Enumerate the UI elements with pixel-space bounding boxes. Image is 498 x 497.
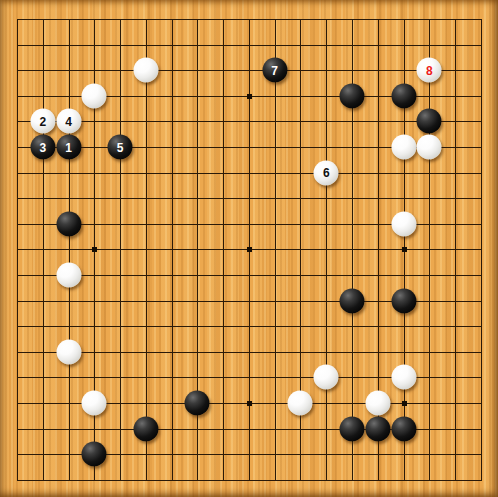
star-point xyxy=(402,401,407,406)
grid-line-horizontal xyxy=(17,326,482,327)
move-number: 7 xyxy=(271,64,278,76)
go-board[interactable]: 78243156 xyxy=(0,0,498,497)
grid-line-horizontal xyxy=(17,352,482,353)
stone-white[interactable] xyxy=(133,58,158,83)
move-number: 1 xyxy=(65,141,72,153)
go-board-screenshot: 78243156 xyxy=(0,0,498,497)
grid-line-vertical xyxy=(326,19,327,481)
star-point xyxy=(247,401,252,406)
move-number: 3 xyxy=(39,141,46,153)
stone-white[interactable]: 6 xyxy=(314,160,339,185)
stone-black[interactable] xyxy=(340,83,365,108)
stone-white[interactable] xyxy=(391,135,416,160)
star-point xyxy=(247,247,252,252)
stone-white[interactable] xyxy=(82,83,107,108)
stone-black[interactable] xyxy=(391,416,416,441)
stone-black[interactable] xyxy=(56,211,81,236)
stone-black[interactable] xyxy=(391,288,416,313)
stone-black[interactable]: 1 xyxy=(56,135,81,160)
grid-line-vertical xyxy=(455,19,456,481)
grid-line-vertical xyxy=(429,19,430,481)
move-number: 2 xyxy=(39,115,46,127)
stone-black[interactable] xyxy=(365,416,390,441)
stone-black[interactable] xyxy=(391,83,416,108)
move-number: 8 xyxy=(426,64,433,76)
move-number: 6 xyxy=(323,167,330,179)
stone-white[interactable] xyxy=(365,391,390,416)
star-point xyxy=(92,247,97,252)
grid-line-horizontal xyxy=(17,275,482,276)
stone-white[interactable]: 4 xyxy=(56,109,81,134)
stone-black[interactable] xyxy=(340,288,365,313)
stone-black[interactable] xyxy=(82,442,107,467)
stone-white[interactable] xyxy=(391,211,416,236)
stone-white[interactable] xyxy=(56,339,81,364)
stone-white[interactable] xyxy=(82,391,107,416)
star-point xyxy=(402,247,407,252)
grid-line-vertical xyxy=(275,19,276,481)
stone-white[interactable] xyxy=(288,391,313,416)
stone-white[interactable] xyxy=(56,263,81,288)
grid-line-horizontal xyxy=(17,480,482,481)
stone-white[interactable] xyxy=(391,365,416,390)
stone-black[interactable]: 3 xyxy=(30,135,55,160)
stone-black[interactable]: 7 xyxy=(262,58,287,83)
stone-black[interactable] xyxy=(133,416,158,441)
stone-black[interactable] xyxy=(417,109,442,134)
stone-black[interactable]: 5 xyxy=(108,135,133,160)
stone-white[interactable] xyxy=(417,135,442,160)
stone-black[interactable] xyxy=(185,391,210,416)
stone-black[interactable] xyxy=(340,416,365,441)
star-point xyxy=(247,94,252,99)
move-number: 4 xyxy=(65,115,72,127)
move-number: 5 xyxy=(117,141,124,153)
stone-white[interactable] xyxy=(314,365,339,390)
stone-white[interactable]: 2 xyxy=(30,109,55,134)
grid-line-vertical xyxy=(481,19,482,481)
stone-white[interactable]: 8 xyxy=(417,58,442,83)
